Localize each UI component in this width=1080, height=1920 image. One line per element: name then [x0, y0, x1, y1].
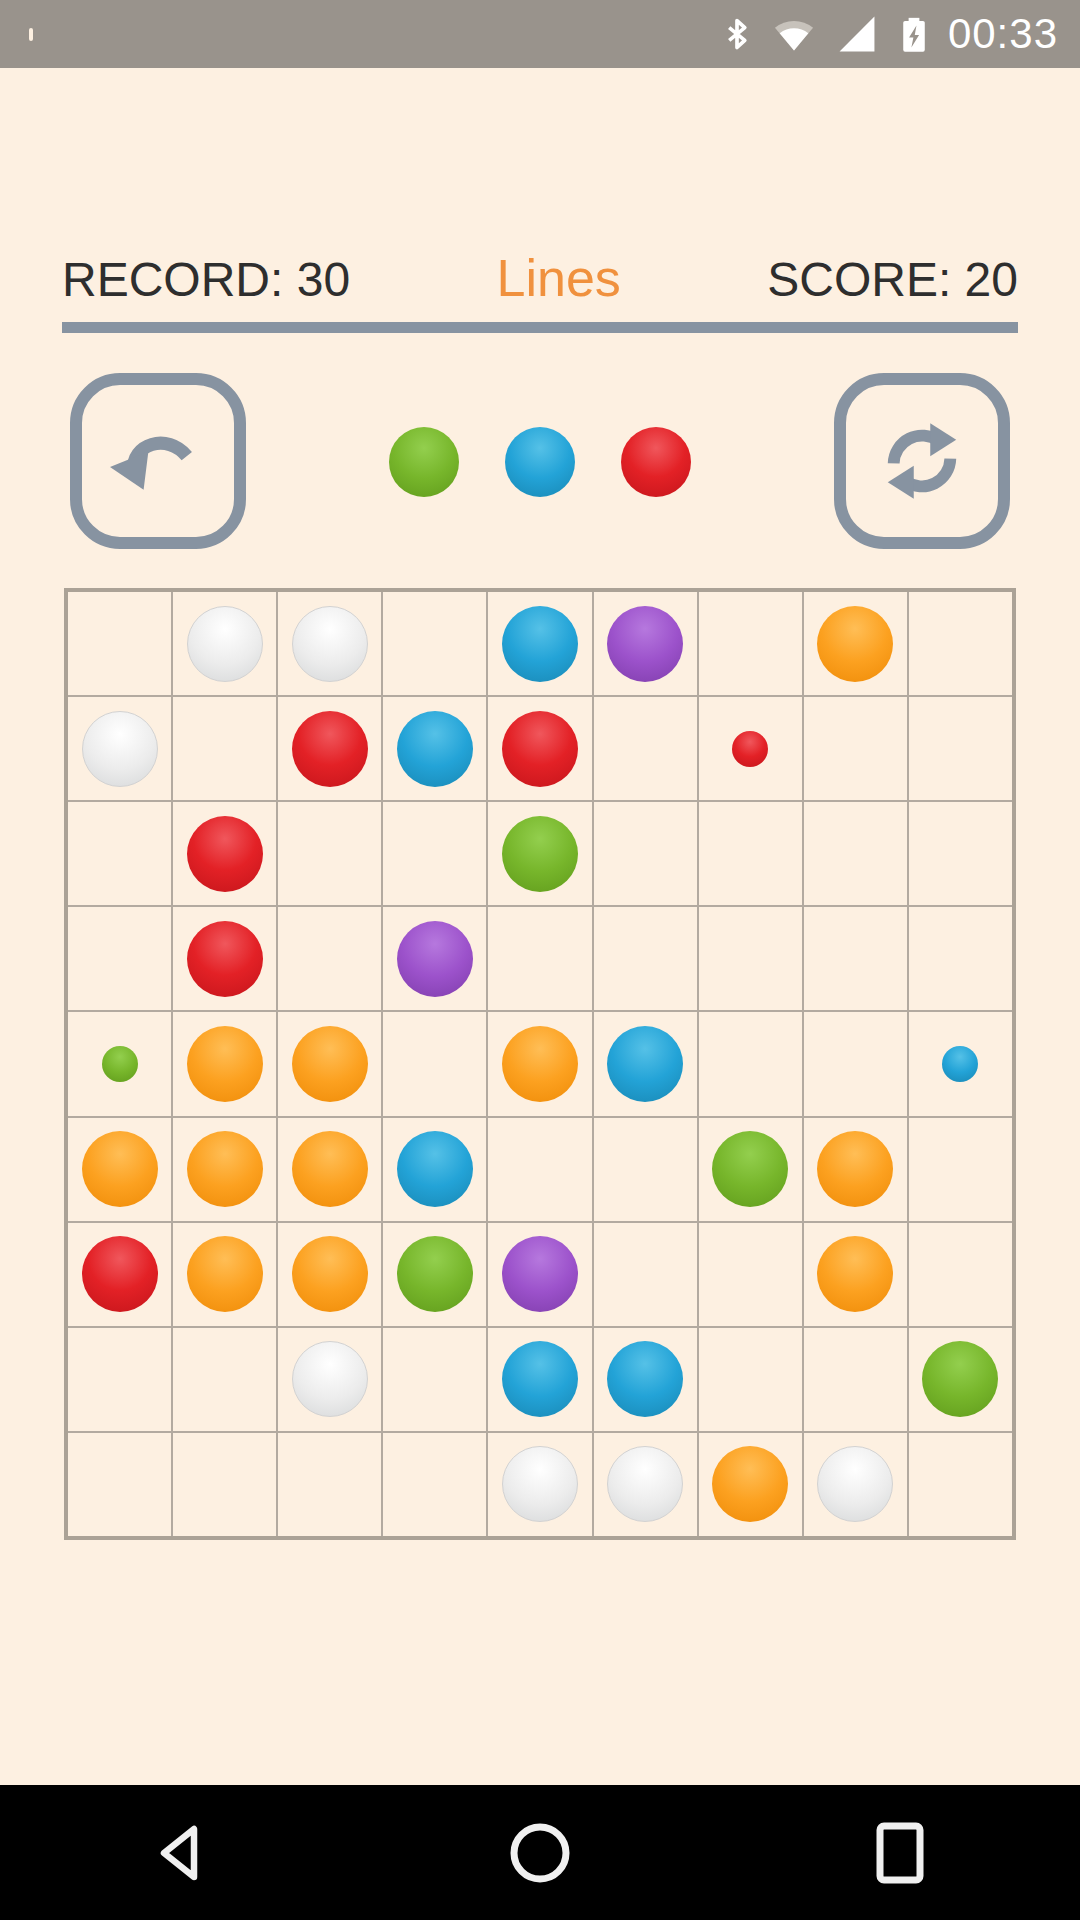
- board-cell[interactable]: [909, 802, 1012, 905]
- board-cell[interactable]: [488, 1433, 591, 1536]
- preview-green-ball: [389, 427, 459, 497]
- green-ball[interactable]: [712, 1131, 788, 1207]
- blue-ball[interactable]: [502, 606, 578, 682]
- board-cell[interactable]: [68, 1328, 171, 1431]
- score-header: RECORD: 30 Lines SCORE: 20: [62, 248, 1018, 308]
- board-cell[interactable]: [173, 592, 276, 695]
- purple-ball[interactable]: [607, 606, 683, 682]
- purple-ball[interactable]: [397, 921, 473, 997]
- board-cell[interactable]: [488, 802, 591, 905]
- board-cell[interactable]: [278, 1118, 381, 1221]
- board-cell[interactable]: [278, 592, 381, 695]
- notification-tick-icon: [29, 28, 33, 41]
- board-cell[interactable]: [488, 907, 591, 1010]
- board-cell[interactable]: [173, 1328, 276, 1431]
- board-cell[interactable]: [804, 907, 907, 1010]
- board-cell[interactable]: [68, 802, 171, 905]
- purple-ball[interactable]: [502, 1236, 578, 1312]
- board-cell[interactable]: [488, 697, 591, 800]
- board-cell[interactable]: [68, 1012, 171, 1115]
- home-icon: [506, 1819, 574, 1887]
- red-ball[interactable]: [187, 816, 263, 892]
- board-cell[interactable]: [383, 907, 486, 1010]
- white-ball[interactable]: [187, 606, 263, 682]
- board-cell[interactable]: [909, 697, 1012, 800]
- board-cell[interactable]: [488, 1223, 591, 1326]
- green-ball[interactable]: [502, 816, 578, 892]
- board-cell[interactable]: [278, 697, 381, 800]
- board-cell[interactable]: [594, 1012, 697, 1115]
- white-ball[interactable]: [502, 1446, 578, 1522]
- header-divider: [62, 322, 1018, 333]
- board-cell[interactable]: [173, 1433, 276, 1536]
- orange-ball[interactable]: [817, 1236, 893, 1312]
- board-cell[interactable]: [699, 1328, 802, 1431]
- orange-ball[interactable]: [817, 606, 893, 682]
- board-cell[interactable]: [383, 1433, 486, 1536]
- orange-ball[interactable]: [187, 1236, 263, 1312]
- board-cell[interactable]: [594, 592, 697, 695]
- board-cell[interactable]: [383, 1328, 486, 1431]
- board-cell[interactable]: [68, 697, 171, 800]
- board-cell[interactable]: [68, 1433, 171, 1536]
- board-cell[interactable]: [804, 697, 907, 800]
- green-ball[interactable]: [922, 1341, 998, 1417]
- android-nav-bar: [0, 1785, 1080, 1920]
- orange-ball[interactable]: [292, 1236, 368, 1312]
- board-cell[interactable]: [699, 592, 802, 695]
- board-cell[interactable]: [68, 1223, 171, 1326]
- app-title: Lines: [497, 248, 621, 308]
- white-ball[interactable]: [292, 606, 368, 682]
- small-green-ball[interactable]: [102, 1046, 138, 1082]
- board-cell[interactable]: [383, 697, 486, 800]
- board-cell[interactable]: [594, 907, 697, 1010]
- green-ball[interactable]: [397, 1236, 473, 1312]
- app-screen: 00:33 RECORD: 30 Lines SCORE: 20: [0, 0, 1080, 1920]
- red-ball[interactable]: [82, 1236, 158, 1312]
- board-cell[interactable]: [173, 1223, 276, 1326]
- back-icon: [153, 1822, 207, 1884]
- orange-ball[interactable]: [82, 1131, 158, 1207]
- red-ball[interactable]: [187, 921, 263, 997]
- board-cell[interactable]: [909, 592, 1012, 695]
- small-blue-ball[interactable]: [942, 1046, 978, 1082]
- board-cell[interactable]: [804, 802, 907, 905]
- board-cell[interactable]: [909, 1223, 1012, 1326]
- recents-icon: [872, 1821, 928, 1885]
- board-cell[interactable]: [383, 1223, 486, 1326]
- board-cell[interactable]: [383, 592, 486, 695]
- battery-charging-icon: [894, 10, 934, 58]
- board-cell[interactable]: [804, 592, 907, 695]
- white-ball[interactable]: [607, 1446, 683, 1522]
- board-cell[interactable]: [909, 1012, 1012, 1115]
- orange-ball[interactable]: [502, 1026, 578, 1102]
- orange-ball[interactable]: [187, 1131, 263, 1207]
- board-cell[interactable]: [804, 1223, 907, 1326]
- board-cell[interactable]: [488, 592, 591, 695]
- board-cell[interactable]: [699, 907, 802, 1010]
- board-cell[interactable]: [68, 907, 171, 1010]
- board-cell[interactable]: [68, 592, 171, 695]
- blue-ball[interactable]: [607, 1026, 683, 1102]
- board-cell[interactable]: [699, 697, 802, 800]
- preview-blue-ball: [505, 427, 575, 497]
- white-ball[interactable]: [817, 1446, 893, 1522]
- home-button[interactable]: [360, 1819, 720, 1887]
- board-cell[interactable]: [909, 1328, 1012, 1431]
- blue-ball[interactable]: [607, 1341, 683, 1417]
- board-cell[interactable]: [278, 1433, 381, 1536]
- red-ball[interactable]: [502, 711, 578, 787]
- board-cell[interactable]: [804, 1118, 907, 1221]
- recents-button[interactable]: [720, 1821, 1080, 1885]
- board-cell[interactable]: [68, 1118, 171, 1221]
- board-cell[interactable]: [278, 802, 381, 905]
- blue-ball[interactable]: [397, 1131, 473, 1207]
- board-cell[interactable]: [594, 697, 697, 800]
- board-cell[interactable]: [173, 907, 276, 1010]
- board-cell[interactable]: [699, 1223, 802, 1326]
- preview-red-ball: [621, 427, 691, 497]
- board-cell[interactable]: [699, 1012, 802, 1115]
- wifi-icon: [768, 12, 820, 56]
- board-cell[interactable]: [173, 802, 276, 905]
- board-cell[interactable]: [594, 1223, 697, 1326]
- white-ball[interactable]: [82, 711, 158, 787]
- board-cell[interactable]: [173, 1118, 276, 1221]
- red-ball[interactable]: [292, 711, 368, 787]
- record-label: RECORD: 30: [62, 252, 350, 307]
- bluetooth-icon: [720, 12, 754, 56]
- board-cell[interactable]: [278, 1223, 381, 1326]
- board-cell[interactable]: [383, 1012, 486, 1115]
- board-cell[interactable]: [173, 1012, 276, 1115]
- board-cell[interactable]: [594, 1328, 697, 1431]
- small-red-ball[interactable]: [732, 731, 768, 767]
- board-cell[interactable]: [488, 1328, 591, 1431]
- clock-time: 00:33: [948, 10, 1058, 58]
- board-cell[interactable]: [804, 1433, 907, 1536]
- orange-ball[interactable]: [292, 1131, 368, 1207]
- board-cell[interactable]: [909, 1433, 1012, 1536]
- game-board: [64, 588, 1016, 1540]
- board-cell[interactable]: [383, 1118, 486, 1221]
- signal-icon: [834, 12, 880, 56]
- back-button[interactable]: [0, 1822, 360, 1884]
- score-label: SCORE: 20: [767, 252, 1018, 307]
- board-cell[interactable]: [278, 1012, 381, 1115]
- board-cell[interactable]: [594, 1118, 697, 1221]
- board-cell[interactable]: [594, 802, 697, 905]
- status-bar: 00:33: [0, 0, 1080, 68]
- white-ball[interactable]: [292, 1341, 368, 1417]
- board-cell[interactable]: [173, 697, 276, 800]
- board-cell[interactable]: [699, 1433, 802, 1536]
- restart-button[interactable]: [834, 373, 1010, 549]
- board-cell[interactable]: [804, 1328, 907, 1431]
- board-cell[interactable]: [278, 1328, 381, 1431]
- board-cell[interactable]: [699, 1118, 802, 1221]
- orange-ball[interactable]: [817, 1131, 893, 1207]
- board-cell[interactable]: [383, 802, 486, 905]
- orange-ball[interactable]: [292, 1026, 368, 1102]
- blue-ball[interactable]: [502, 1341, 578, 1417]
- board-cell[interactable]: [488, 1118, 591, 1221]
- board-cell[interactable]: [909, 907, 1012, 1010]
- blue-ball[interactable]: [397, 711, 473, 787]
- orange-ball[interactable]: [712, 1446, 788, 1522]
- board-cell[interactable]: [699, 802, 802, 905]
- board-cell[interactable]: [804, 1012, 907, 1115]
- board-cell[interactable]: [488, 1012, 591, 1115]
- orange-ball[interactable]: [187, 1026, 263, 1102]
- refresh-circular-arrows-icon: [863, 402, 981, 520]
- board-cell[interactable]: [594, 1433, 697, 1536]
- board-cell[interactable]: [909, 1118, 1012, 1221]
- board-cell[interactable]: [278, 907, 381, 1010]
